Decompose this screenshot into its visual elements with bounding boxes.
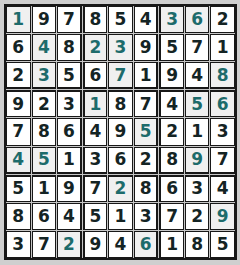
sudoku-cell-r9c8[interactable]: 8 bbox=[185, 231, 210, 258]
sudoku-cell-r8c1[interactable]: 8 bbox=[6, 203, 31, 230]
sudoku-cell-r2c6[interactable]: 9 bbox=[134, 34, 159, 61]
sudoku-cell-r1c3[interactable]: 7 bbox=[57, 6, 82, 33]
sudoku-cell-r3c2[interactable]: 3 bbox=[32, 62, 57, 89]
sudoku-cell-r7c2[interactable]: 1 bbox=[32, 175, 57, 202]
sudoku-cell-r8c9[interactable]: 9 bbox=[210, 203, 235, 230]
page: 1978543626482395712356719489231874567864… bbox=[0, 0, 240, 265]
sudoku-cell-r9c9[interactable]: 5 bbox=[210, 231, 235, 258]
sudoku-cell-r4c5[interactable]: 8 bbox=[108, 90, 133, 117]
sudoku-cell-r1c6[interactable]: 4 bbox=[134, 6, 159, 33]
sudoku-cell-r7c7[interactable]: 6 bbox=[159, 175, 184, 202]
sudoku-cell-r9c5[interactable]: 4 bbox=[108, 231, 133, 258]
sudoku-cell-r6c7[interactable]: 8 bbox=[159, 147, 184, 174]
sudoku-cell-r8c3[interactable]: 4 bbox=[57, 203, 82, 230]
sudoku-cell-r5c4[interactable]: 4 bbox=[83, 118, 108, 145]
sudoku-cell-r4c4[interactable]: 1 bbox=[83, 90, 108, 117]
sudoku-cell-r5c2[interactable]: 8 bbox=[32, 118, 57, 145]
sudoku-cell-r4c1[interactable]: 9 bbox=[6, 90, 31, 117]
sudoku-cell-r5c8[interactable]: 1 bbox=[185, 118, 210, 145]
sudoku-cell-r9c6[interactable]: 6 bbox=[134, 231, 159, 258]
sudoku-cell-r2c7[interactable]: 5 bbox=[159, 34, 184, 61]
sudoku-cell-r3c4[interactable]: 6 bbox=[83, 62, 108, 89]
sudoku-cell-r7c6[interactable]: 8 bbox=[134, 175, 159, 202]
sudoku-cell-r6c8[interactable]: 9 bbox=[185, 147, 210, 174]
sudoku-cell-r8c6[interactable]: 3 bbox=[134, 203, 159, 230]
sudoku-cell-r5c9[interactable]: 3 bbox=[210, 118, 235, 145]
sudoku-cell-r7c4[interactable]: 7 bbox=[83, 175, 108, 202]
sudoku-cell-r6c4[interactable]: 3 bbox=[83, 147, 108, 174]
sudoku-cell-r8c7[interactable]: 7 bbox=[159, 203, 184, 230]
sudoku-cell-r1c1[interactable]: 1 bbox=[6, 6, 31, 33]
sudoku-cell-r4c9[interactable]: 6 bbox=[210, 90, 235, 117]
sudoku-cell-r8c4[interactable]: 5 bbox=[83, 203, 108, 230]
sudoku-cell-r5c5[interactable]: 9 bbox=[108, 118, 133, 145]
sudoku-cell-r3c6[interactable]: 1 bbox=[134, 62, 159, 89]
sudoku-cell-r3c5[interactable]: 7 bbox=[108, 62, 133, 89]
sudoku-cell-r1c8[interactable]: 6 bbox=[185, 6, 210, 33]
sudoku-cell-r2c4[interactable]: 2 bbox=[83, 34, 108, 61]
sudoku-cell-r4c6[interactable]: 7 bbox=[134, 90, 159, 117]
sudoku-cell-r8c8[interactable]: 2 bbox=[185, 203, 210, 230]
sudoku-cell-r9c1[interactable]: 3 bbox=[6, 231, 31, 258]
sudoku-cell-r5c6[interactable]: 5 bbox=[134, 118, 159, 145]
sudoku-cell-r7c3[interactable]: 9 bbox=[57, 175, 82, 202]
sudoku-cell-r9c4[interactable]: 9 bbox=[83, 231, 108, 258]
sudoku-cell-r9c3[interactable]: 2 bbox=[57, 231, 82, 258]
sudoku-cell-r3c9[interactable]: 8 bbox=[210, 62, 235, 89]
sudoku-cell-r7c1[interactable]: 5 bbox=[6, 175, 31, 202]
sudoku-cell-r4c7[interactable]: 4 bbox=[159, 90, 184, 117]
sudoku-cell-r1c9[interactable]: 2 bbox=[210, 6, 235, 33]
sudoku-cell-r8c5[interactable]: 1 bbox=[108, 203, 133, 230]
sudoku-cell-r2c3[interactable]: 8 bbox=[57, 34, 82, 61]
sudoku-cell-r3c8[interactable]: 4 bbox=[185, 62, 210, 89]
sudoku-cell-r3c7[interactable]: 9 bbox=[159, 62, 184, 89]
sudoku-cell-r2c1[interactable]: 6 bbox=[6, 34, 31, 61]
sudoku-cell-r5c3[interactable]: 6 bbox=[57, 118, 82, 145]
sudoku-cell-r7c9[interactable]: 4 bbox=[210, 175, 235, 202]
sudoku-cell-r6c6[interactable]: 2 bbox=[134, 147, 159, 174]
sudoku-cell-r2c8[interactable]: 7 bbox=[185, 34, 210, 61]
sudoku-cell-r6c1[interactable]: 4 bbox=[6, 147, 31, 174]
sudoku-cell-r2c2[interactable]: 4 bbox=[32, 34, 57, 61]
sudoku-cell-r3c3[interactable]: 5 bbox=[57, 62, 82, 89]
sudoku-cell-r9c2[interactable]: 7 bbox=[32, 231, 57, 258]
sudoku-cell-r1c2[interactable]: 9 bbox=[32, 6, 57, 33]
sudoku-cell-r4c2[interactable]: 2 bbox=[32, 90, 57, 117]
sudoku-cell-r1c4[interactable]: 8 bbox=[83, 6, 108, 33]
sudoku-cell-r7c5[interactable]: 2 bbox=[108, 175, 133, 202]
sudoku-cell-r6c3[interactable]: 1 bbox=[57, 147, 82, 174]
sudoku-cell-r7c8[interactable]: 3 bbox=[185, 175, 210, 202]
sudoku-cell-r6c2[interactable]: 5 bbox=[32, 147, 57, 174]
sudoku-board: 1978543626482395712356719489231874567864… bbox=[4, 4, 237, 260]
sudoku-cell-r4c3[interactable]: 3 bbox=[57, 90, 82, 117]
sudoku-cell-r6c5[interactable]: 6 bbox=[108, 147, 133, 174]
sudoku-cell-r2c5[interactable]: 3 bbox=[108, 34, 133, 61]
sudoku-cell-r3c1[interactable]: 2 bbox=[6, 62, 31, 89]
sudoku-cell-r1c5[interactable]: 5 bbox=[108, 6, 133, 33]
sudoku-cell-r2c9[interactable]: 1 bbox=[210, 34, 235, 61]
sudoku-cell-r5c7[interactable]: 2 bbox=[159, 118, 184, 145]
sudoku-cell-r4c8[interactable]: 5 bbox=[185, 90, 210, 117]
sudoku-cell-r8c2[interactable]: 6 bbox=[32, 203, 57, 230]
sudoku-cell-r5c1[interactable]: 7 bbox=[6, 118, 31, 145]
sudoku-cell-r6c9[interactable]: 7 bbox=[210, 147, 235, 174]
sudoku-cell-r9c7[interactable]: 1 bbox=[159, 231, 184, 258]
sudoku-cell-r1c7[interactable]: 3 bbox=[159, 6, 184, 33]
